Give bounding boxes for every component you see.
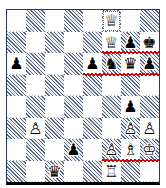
square-h6[interactable]: ♟ (140, 53, 159, 75)
square-c7[interactable] (45, 32, 64, 54)
square-b8[interactable] (26, 10, 45, 32)
square-b5[interactable] (26, 75, 45, 97)
square-h4[interactable] (140, 96, 159, 118)
chess-diagram: ♕♕♟♚♟♟♞♛♟♟♙♙♙♟♙♗♔♛♖ (0, 0, 166, 188)
square-a1[interactable] (7, 161, 26, 183)
black-knight[interactable]: ♞ (102, 53, 121, 75)
black-pawn[interactable]: ♟ (7, 53, 26, 75)
square-f7[interactable]: ♕ (102, 32, 121, 54)
white-pawn[interactable]: ♙ (140, 118, 159, 140)
square-c1[interactable]: ♛ (45, 161, 64, 183)
square-e8[interactable] (83, 10, 102, 32)
square-a3[interactable] (7, 118, 26, 140)
square-b1[interactable] (26, 161, 45, 183)
square-h8[interactable] (140, 10, 159, 32)
square-h2[interactable]: ♔ (140, 139, 159, 161)
white-pawn[interactable]: ♙ (102, 139, 121, 161)
square-a4[interactable] (7, 96, 26, 118)
square-e6[interactable]: ♟ (83, 53, 102, 75)
white-bishop[interactable]: ♗ (121, 139, 140, 161)
white-pawn[interactable]: ♙ (121, 118, 140, 140)
square-c8[interactable] (45, 10, 64, 32)
square-b3[interactable]: ♙ (26, 118, 45, 140)
square-c4[interactable] (45, 96, 64, 118)
square-d3[interactable] (64, 118, 83, 140)
square-c5[interactable] (45, 75, 64, 97)
red-squiggle-annotation (83, 73, 159, 76)
square-d2[interactable]: ♟ (64, 139, 83, 161)
square-b4[interactable] (26, 96, 45, 118)
white-rook[interactable]: ♖ (102, 161, 121, 183)
square-a2[interactable] (7, 139, 26, 161)
square-g3[interactable]: ♙ (121, 118, 140, 140)
square-c6[interactable] (45, 53, 64, 75)
square-g6[interactable]: ♛ (121, 53, 140, 75)
chess-board: ♕♕♟♚♟♟♞♛♟♟♙♙♙♟♙♗♔♛♖ (6, 9, 160, 185)
square-c2[interactable] (45, 139, 64, 161)
square-e2[interactable] (83, 139, 102, 161)
white-queen[interactable]: ♕ (102, 32, 121, 54)
square-e7[interactable] (83, 32, 102, 54)
square-g8[interactable] (121, 10, 140, 32)
red-squiggle-annotation (102, 159, 159, 162)
square-g7[interactable]: ♟ (121, 32, 140, 54)
black-pawn[interactable]: ♟ (121, 96, 140, 118)
square-b6[interactable] (26, 53, 45, 75)
black-pawn[interactable]: ♟ (64, 139, 83, 161)
black-pawn[interactable]: ♟ (83, 53, 102, 75)
square-g2[interactable]: ♗ (121, 139, 140, 161)
white-queen[interactable]: ♕ (102, 10, 121, 32)
square-g4[interactable]: ♟ (121, 96, 140, 118)
square-e1[interactable] (83, 161, 102, 183)
square-g5[interactable] (121, 75, 140, 97)
red-squiggle-annotation (102, 51, 159, 54)
square-f4[interactable] (102, 96, 121, 118)
black-pawn[interactable]: ♟ (140, 53, 159, 75)
square-f6[interactable]: ♞ (102, 53, 121, 75)
square-d5[interactable] (64, 75, 83, 97)
square-b2[interactable] (26, 139, 45, 161)
square-h1[interactable] (140, 161, 159, 183)
square-f2[interactable]: ♙ (102, 139, 121, 161)
square-d6[interactable] (64, 53, 83, 75)
black-pawn[interactable]: ♟ (121, 32, 140, 54)
square-d1[interactable] (64, 161, 83, 183)
square-d7[interactable] (64, 32, 83, 54)
square-a5[interactable] (7, 75, 26, 97)
square-e5[interactable] (83, 75, 102, 97)
black-king[interactable]: ♚ (140, 32, 159, 54)
black-queen[interactable]: ♛ (45, 161, 64, 183)
square-g1[interactable] (121, 161, 140, 183)
square-f5[interactable] (102, 75, 121, 97)
square-d4[interactable] (64, 96, 83, 118)
square-h3[interactable]: ♙ (140, 118, 159, 140)
square-c3[interactable] (45, 118, 64, 140)
square-e3[interactable] (83, 118, 102, 140)
square-f3[interactable] (102, 118, 121, 140)
white-pawn[interactable]: ♙ (26, 118, 45, 140)
square-e4[interactable] (83, 96, 102, 118)
square-h5[interactable] (140, 75, 159, 97)
square-a7[interactable] (7, 32, 26, 54)
white-king[interactable]: ♔ (140, 139, 159, 161)
square-a6[interactable]: ♟ (7, 53, 26, 75)
square-b7[interactable] (26, 32, 45, 54)
black-queen[interactable]: ♛ (121, 53, 140, 75)
square-f8[interactable]: ♕ (102, 10, 121, 32)
square-d8[interactable] (64, 10, 83, 32)
square-h7[interactable]: ♚ (140, 32, 159, 54)
square-a8[interactable] (7, 10, 26, 32)
square-f1[interactable]: ♖ (102, 161, 121, 183)
